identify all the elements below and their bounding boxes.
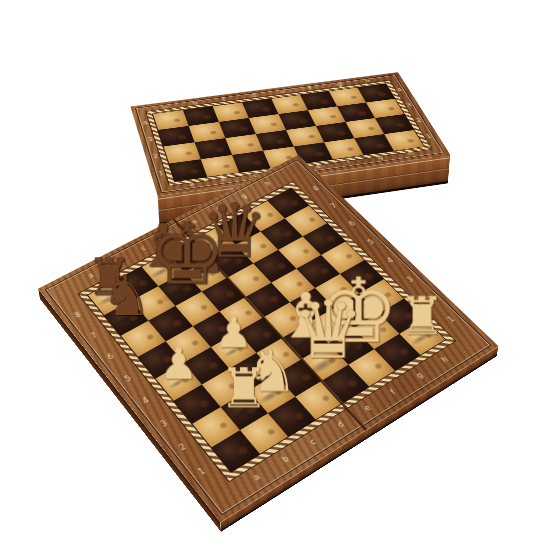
white-rook-glyph: ♜ (390, 296, 455, 337)
box-rank-label-right: 2 (415, 119, 422, 124)
box-rank-label-left: 1 (158, 171, 165, 176)
box-rank-label-left: 3 (147, 137, 153, 142)
box-rank-label-left: 2 (153, 154, 160, 159)
white-rook-glyph: ♜ (210, 367, 278, 410)
chess-set-product-photo: aabbccddeeffgghh11223344 aa11bb22cc33dd4… (0, 0, 560, 560)
piece-white-queen-e2: ♛ (302, 343, 348, 380)
open-chess-board: aa11bb22cc33dd44ee55ff66gg77hh88 ♜♝♞♚♟♛♟… (38, 155, 499, 522)
box-rank-label-right: 3 (406, 103, 413, 108)
box-rank-label-right: 4 (396, 88, 403, 92)
board-top-face: aa11bb22cc33dd44ee55ff66gg77hh88 ♜♝♞♚♟♛♟… (38, 155, 499, 522)
piece-white-rook-h1: ♜ (399, 319, 445, 355)
white-pawn-glyph: ♟ (145, 347, 212, 381)
box-rank-label-left: 4 (142, 121, 148, 126)
box-rank-label-right: 1 (425, 135, 433, 140)
black-knight-glyph: ♞ (94, 274, 158, 318)
piece-white-rook-b2: ♜ (221, 391, 268, 431)
box-square-r3c2 (195, 138, 232, 159)
box-square-r3c3 (225, 134, 263, 155)
piece-white-pawn-a4: ♟ (156, 363, 202, 401)
